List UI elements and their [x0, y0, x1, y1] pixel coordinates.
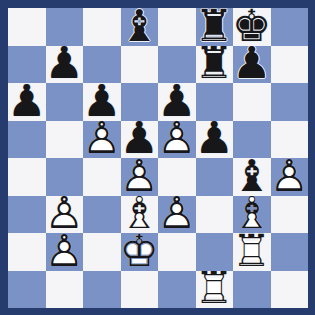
square-b5[interactable] [46, 121, 84, 159]
square-a4[interactable] [8, 158, 46, 196]
white-piece-outline: ♖ [196, 271, 234, 309]
black-piece-glyph: ♝ [121, 8, 159, 46]
piece-white-pawn[interactable]: ♟♙ [158, 196, 196, 234]
square-d7[interactable] [121, 46, 159, 84]
square-e1[interactable] [158, 271, 196, 309]
square-f2[interactable] [196, 233, 234, 271]
piece-white-pawn[interactable]: ♟♙ [158, 121, 196, 159]
square-a7[interactable] [8, 46, 46, 84]
white-piece-outline: ♔ [121, 233, 159, 271]
square-b6[interactable] [46, 83, 84, 121]
piece-black-pawn[interactable]: ♟ [8, 83, 46, 121]
square-d2[interactable]: ♚♔ [121, 233, 159, 271]
piece-white-king[interactable]: ♚♔ [121, 233, 159, 271]
piece-black-rook[interactable]: ♜ [196, 46, 234, 84]
board-frame: ♝♜♚♟♜♟♟♟♟♟♙♟♟♙♟♟♙♝♟♙♟♙♝♗♟♙♝♗♟♙♚♔♜♖♜♖ [0, 0, 315, 315]
square-c3[interactable] [83, 196, 121, 234]
black-piece-glyph: ♟ [83, 83, 121, 121]
square-e3[interactable]: ♟♙ [158, 196, 196, 234]
square-c1[interactable] [83, 271, 121, 309]
square-c4[interactable] [83, 158, 121, 196]
square-g5[interactable] [233, 121, 271, 159]
square-g7[interactable]: ♟ [233, 46, 271, 84]
square-a2[interactable] [8, 233, 46, 271]
piece-black-king[interactable]: ♚ [233, 8, 271, 46]
square-h5[interactable] [271, 121, 309, 159]
square-c2[interactable] [83, 233, 121, 271]
square-f4[interactable] [196, 158, 234, 196]
square-h1[interactable] [271, 271, 309, 309]
square-h7[interactable] [271, 46, 309, 84]
square-a6[interactable]: ♟ [8, 83, 46, 121]
square-f1[interactable]: ♜♖ [196, 271, 234, 309]
square-e8[interactable] [158, 8, 196, 46]
square-e2[interactable] [158, 233, 196, 271]
square-e6[interactable]: ♟ [158, 83, 196, 121]
square-g6[interactable] [233, 83, 271, 121]
square-e4[interactable] [158, 158, 196, 196]
square-f8[interactable]: ♜ [196, 8, 234, 46]
square-g8[interactable]: ♚ [233, 8, 271, 46]
square-b4[interactable] [46, 158, 84, 196]
piece-black-rook[interactable]: ♜ [196, 8, 234, 46]
black-piece-glyph: ♟ [196, 121, 234, 159]
piece-white-pawn[interactable]: ♟♙ [46, 196, 84, 234]
black-piece-glyph: ♜ [196, 8, 234, 46]
black-piece-glyph: ♚ [233, 8, 271, 46]
square-d5[interactable]: ♟ [121, 121, 159, 159]
square-g4[interactable]: ♝ [233, 158, 271, 196]
black-piece-glyph: ♟ [121, 121, 159, 159]
piece-black-bishop[interactable]: ♝ [121, 8, 159, 46]
square-b1[interactable] [46, 271, 84, 309]
square-b3[interactable]: ♟♙ [46, 196, 84, 234]
black-piece-glyph: ♟ [158, 83, 196, 121]
black-piece-glyph: ♟ [233, 46, 271, 84]
piece-black-pawn[interactable]: ♟ [83, 83, 121, 121]
square-f3[interactable] [196, 196, 234, 234]
square-a1[interactable] [8, 271, 46, 309]
black-piece-glyph: ♜ [196, 46, 234, 84]
white-piece-outline: ♙ [121, 158, 159, 196]
square-d3[interactable]: ♝♗ [121, 196, 159, 234]
piece-white-pawn[interactable]: ♟♙ [83, 121, 121, 159]
square-a8[interactable] [8, 8, 46, 46]
piece-white-bishop[interactable]: ♝♗ [121, 196, 159, 234]
square-e7[interactable] [158, 46, 196, 84]
piece-black-pawn[interactable]: ♟ [233, 46, 271, 84]
piece-black-bishop[interactable]: ♝ [233, 158, 271, 196]
square-f6[interactable] [196, 83, 234, 121]
white-piece-outline: ♙ [46, 196, 84, 234]
square-h4[interactable]: ♟♙ [271, 158, 309, 196]
square-c6[interactable]: ♟ [83, 83, 121, 121]
piece-white-bishop[interactable]: ♝♗ [233, 196, 271, 234]
square-c5[interactable]: ♟♙ [83, 121, 121, 159]
square-d8[interactable]: ♝ [121, 8, 159, 46]
white-piece-outline: ♙ [158, 196, 196, 234]
white-piece-outline: ♙ [83, 121, 121, 159]
white-piece-outline: ♗ [121, 196, 159, 234]
square-d1[interactable] [121, 271, 159, 309]
square-d4[interactable]: ♟♙ [121, 158, 159, 196]
piece-black-pawn[interactable]: ♟ [46, 46, 84, 84]
white-piece-outline: ♙ [271, 158, 309, 196]
square-e5[interactable]: ♟♙ [158, 121, 196, 159]
square-g1[interactable] [233, 271, 271, 309]
white-piece-outline: ♗ [233, 196, 271, 234]
square-h3[interactable] [271, 196, 309, 234]
square-h2[interactable] [271, 233, 309, 271]
piece-white-pawn[interactable]: ♟♙ [46, 233, 84, 271]
square-b7[interactable]: ♟ [46, 46, 84, 84]
square-h8[interactable] [271, 8, 309, 46]
white-piece-outline: ♙ [46, 233, 84, 271]
square-c8[interactable] [83, 8, 121, 46]
square-f5[interactable]: ♟ [196, 121, 234, 159]
piece-white-rook[interactable]: ♜♖ [233, 233, 271, 271]
piece-white-rook[interactable]: ♜♖ [196, 271, 234, 309]
square-g3[interactable]: ♝♗ [233, 196, 271, 234]
black-piece-glyph: ♟ [46, 46, 84, 84]
square-b2[interactable]: ♟♙ [46, 233, 84, 271]
black-piece-glyph: ♝ [233, 158, 271, 196]
square-a5[interactable] [8, 121, 46, 159]
square-d6[interactable] [121, 83, 159, 121]
square-c7[interactable] [83, 46, 121, 84]
square-b8[interactable] [46, 8, 84, 46]
piece-white-pawn[interactable]: ♟♙ [271, 158, 309, 196]
black-piece-glyph: ♟ [8, 83, 46, 121]
piece-black-pawn[interactable]: ♟ [121, 121, 159, 159]
piece-black-pawn[interactable]: ♟ [158, 83, 196, 121]
chess-board: ♝♜♚♟♜♟♟♟♟♟♙♟♟♙♟♟♙♝♟♙♟♙♝♗♟♙♝♗♟♙♚♔♜♖♜♖ [8, 8, 308, 308]
white-piece-outline: ♙ [158, 121, 196, 159]
white-piece-outline: ♖ [233, 233, 271, 271]
piece-white-pawn[interactable]: ♟♙ [121, 158, 159, 196]
square-g2[interactable]: ♜♖ [233, 233, 271, 271]
piece-black-pawn[interactable]: ♟ [196, 121, 234, 159]
square-h6[interactable] [271, 83, 309, 121]
square-f7[interactable]: ♜ [196, 46, 234, 84]
square-a3[interactable] [8, 196, 46, 234]
